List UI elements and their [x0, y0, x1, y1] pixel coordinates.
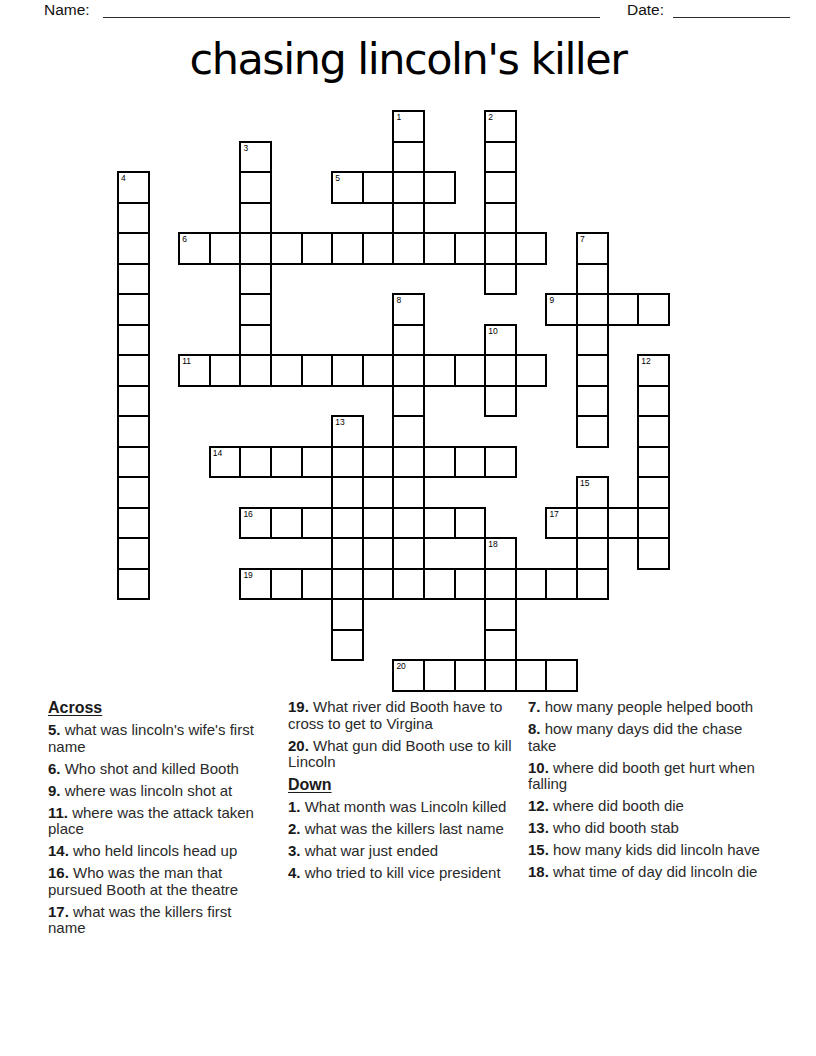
grid-cell-r8c7[interactable] [331, 354, 364, 387]
grid-cell-r14c17[interactable] [637, 537, 670, 570]
grid-cell-r13c15[interactable] [576, 507, 609, 540]
grid-cell-r11c17[interactable] [637, 446, 670, 479]
worksheet-page: Name: Date: chasing lincoln's killer 123… [0, 0, 816, 1056]
grid-cell-r0c12[interactable]: 2 [484, 110, 517, 143]
grid-cell-r14c12[interactable]: 18 [484, 537, 517, 570]
grid-cell-r15c6[interactable] [301, 568, 334, 601]
cell-number-2: 2 [488, 113, 493, 122]
grid-cell-r11c11[interactable] [454, 446, 487, 479]
grid-cell-r4c8[interactable] [362, 232, 395, 265]
grid-cell-r8c0[interactable] [117, 354, 150, 387]
grid-cell-r12c15[interactable]: 15 [576, 476, 609, 509]
grid-cell-r13c6[interactable] [301, 507, 334, 540]
grid-cell-r4c15[interactable]: 7 [576, 232, 609, 265]
grid-cell-r4c12[interactable] [484, 232, 517, 265]
grid-cell-r15c0[interactable] [117, 568, 150, 601]
grid-cell-r2c4[interactable] [239, 171, 272, 204]
grid-cell-r7c4[interactable] [239, 324, 272, 357]
clue-down-3: 3. what war just ended [288, 843, 514, 860]
grid-cell-r11c4[interactable] [239, 446, 272, 479]
grid-cell-r0c9[interactable]: 1 [392, 110, 425, 143]
grid-cell-r14c7[interactable] [331, 537, 364, 570]
grid-cell-r8c9[interactable] [392, 354, 425, 387]
grid-cell-r18c13[interactable] [515, 659, 548, 692]
grid-cell-r11c8[interactable] [362, 446, 395, 479]
grid-cell-r2c0[interactable]: 4 [117, 171, 150, 204]
clue-down-8: 8. how many days did the chase take [528, 721, 766, 754]
grid-cell-r13c9[interactable] [392, 507, 425, 540]
grid-cell-r12c0[interactable] [117, 476, 150, 509]
grid-cell-r6c15[interactable] [576, 293, 609, 326]
grid-cell-r4c3[interactable] [209, 232, 242, 265]
grid-cell-r17c7[interactable] [331, 629, 364, 662]
grid-cell-r14c9[interactable] [392, 537, 425, 570]
grid-cell-r15c9[interactable] [392, 568, 425, 601]
grid-cell-r4c11[interactable] [454, 232, 487, 265]
grid-cell-r6c9[interactable]: 8 [392, 293, 425, 326]
grid-cell-r10c0[interactable] [117, 415, 150, 448]
grid-cell-r15c7[interactable] [331, 568, 364, 601]
grid-cell-r14c0[interactable] [117, 537, 150, 570]
grid-cell-r2c10[interactable] [423, 171, 456, 204]
grid-cell-r3c0[interactable] [117, 202, 150, 235]
grid-cell-r13c8[interactable] [362, 507, 395, 540]
clue-across-16: 16. Who was the man that pursued Booth a… [48, 865, 270, 898]
clue-down-18: 18. what time of day did lincoln die [528, 864, 766, 881]
grid-cell-r6c4[interactable] [239, 293, 272, 326]
cell-number-7: 7 [580, 235, 585, 244]
grid-cell-r5c12[interactable] [484, 263, 517, 296]
grid-cell-r18c14[interactable] [545, 659, 578, 692]
crossword-grid: 1234567891011121314151617181920 [117, 110, 671, 693]
grid-cell-r12c17[interactable] [637, 476, 670, 509]
clue-across-14: 14. who held lincols head up [48, 843, 270, 860]
grid-cell-r18c10[interactable] [423, 659, 456, 692]
grid-cell-r4c13[interactable] [515, 232, 548, 265]
cell-number-6: 6 [182, 235, 187, 244]
grid-cell-r2c8[interactable] [362, 171, 395, 204]
clue-down-1: 1. What month was Lincoln killed [288, 799, 514, 816]
grid-cell-r7c9[interactable] [392, 324, 425, 357]
grid-cell-r11c3[interactable]: 14 [209, 446, 242, 479]
grid-cell-r5c15[interactable] [576, 263, 609, 296]
grid-cell-r6c16[interactable] [607, 293, 640, 326]
across-header: Across [48, 699, 270, 717]
grid-cell-r8c15[interactable] [576, 354, 609, 387]
grid-cell-r9c17[interactable] [637, 385, 670, 418]
date-label: Date: [627, 1, 664, 19]
grid-cell-r4c0[interactable] [117, 232, 150, 265]
grid-cell-r5c0[interactable] [117, 263, 150, 296]
grid-cell-r8c2[interactable]: 11 [178, 354, 211, 387]
cell-number-12: 12 [641, 357, 650, 366]
grid-cell-r15c15[interactable] [576, 568, 609, 601]
clue-across-6: 6. Who shot and killed Booth [48, 761, 270, 778]
grid-cell-r15c8[interactable] [362, 568, 395, 601]
grid-cell-r4c2[interactable]: 6 [178, 232, 211, 265]
grid-cell-r3c4[interactable] [239, 202, 272, 235]
grid-cell-r12c7[interactable] [331, 476, 364, 509]
grid-cell-r10c9[interactable] [392, 415, 425, 448]
grid-cell-r9c15[interactable] [576, 385, 609, 418]
clue-down-7: 7. how many people helped booth [528, 699, 766, 716]
cell-number-19: 19 [243, 571, 252, 580]
cell-number-14: 14 [213, 449, 222, 458]
grid-cell-r11c10[interactable] [423, 446, 456, 479]
grid-cell-r9c0[interactable] [117, 385, 150, 418]
grid-cell-r10c17[interactable] [637, 415, 670, 448]
grid-cell-r18c9[interactable]: 20 [392, 659, 425, 692]
grid-cell-r15c12[interactable] [484, 568, 517, 601]
cell-number-13: 13 [335, 418, 344, 427]
clue-across-9: 9. where was lincoln shot at [48, 783, 270, 800]
clue-down-4: 4. who tried to kill vice president [288, 865, 514, 882]
grid-cell-r13c17[interactable] [637, 507, 670, 540]
grid-cell-r11c9[interactable] [392, 446, 425, 479]
grid-cell-r3c9[interactable] [392, 202, 425, 235]
grid-cell-r8c4[interactable] [239, 354, 272, 387]
grid-cell-r8c3[interactable] [209, 354, 242, 387]
grid-cell-r7c15[interactable] [576, 324, 609, 357]
grid-cell-r13c5[interactable] [270, 507, 303, 540]
grid-cell-r13c11[interactable] [454, 507, 487, 540]
grid-cell-r5c4[interactable] [239, 263, 272, 296]
grid-cell-r4c6[interactable] [301, 232, 334, 265]
clue-down-10: 10. where did booth get hurt when fallin… [528, 760, 766, 793]
clue-across-20: 20. What gun did Booth use to kill Linco… [288, 738, 514, 771]
grid-cell-r4c10[interactable] [423, 232, 456, 265]
cell-number-15: 15 [580, 479, 589, 488]
cell-number-16: 16 [243, 510, 252, 519]
grid-cell-r13c10[interactable] [423, 507, 456, 540]
clue-across-5: 5. what was lincoln's wife's first name [48, 722, 270, 755]
cell-number-5: 5 [335, 174, 340, 183]
grid-cell-r15c13[interactable] [515, 568, 548, 601]
date-blank-line [673, 17, 790, 18]
grid-cell-r8c10[interactable] [423, 354, 456, 387]
puzzle-title: chasing lincoln's killer [0, 34, 816, 84]
clue-across-17: 17. what was the killers first name [48, 904, 270, 937]
cell-number-18: 18 [488, 540, 497, 549]
grid-cell-r8c12[interactable] [484, 354, 517, 387]
grid-cell-r4c5[interactable] [270, 232, 303, 265]
grid-cell-r15c4[interactable]: 19 [239, 568, 272, 601]
grid-cell-r11c7[interactable] [331, 446, 364, 479]
grid-cell-r11c0[interactable] [117, 446, 150, 479]
grid-cell-r8c8[interactable] [362, 354, 395, 387]
grid-cell-r16c12[interactable] [484, 598, 517, 631]
grid-cell-r3c12[interactable] [484, 202, 517, 235]
clue-across-11: 11. where was the attack taken place [48, 805, 270, 838]
clue-column-1: Across5. what was lincoln's wife's first… [48, 699, 270, 942]
grid-cell-r7c0[interactable] [117, 324, 150, 357]
cell-number-17: 17 [549, 510, 558, 519]
grid-cell-r2c9[interactable] [392, 171, 425, 204]
grid-cell-r1c9[interactable] [392, 141, 425, 174]
grid-cell-r18c11[interactable] [454, 659, 487, 692]
grid-cell-r2c7[interactable]: 5 [331, 171, 364, 204]
grid-cell-r6c0[interactable] [117, 293, 150, 326]
grid-cell-r13c0[interactable] [117, 507, 150, 540]
cell-number-11: 11 [182, 357, 191, 366]
grid-cell-r11c6[interactable] [301, 446, 334, 479]
clue-down-13: 13. who did booth stab [528, 820, 766, 837]
grid-cell-r13c7[interactable] [331, 507, 364, 540]
grid-cell-r8c17[interactable]: 12 [637, 354, 670, 387]
grid-cell-r8c13[interactable] [515, 354, 548, 387]
grid-cell-r6c14[interactable]: 9 [545, 293, 578, 326]
grid-cell-r4c7[interactable] [331, 232, 364, 265]
grid-cell-r17c12[interactable] [484, 629, 517, 662]
grid-cell-r15c10[interactable] [423, 568, 456, 601]
grid-cell-r13c14[interactable]: 17 [545, 507, 578, 540]
grid-cell-r13c4[interactable]: 16 [239, 507, 272, 540]
grid-cell-r10c15[interactable] [576, 415, 609, 448]
name-blank-line [103, 17, 600, 18]
clue-down-12: 12. where did booth die [528, 798, 766, 815]
clue-down-2: 2. what was the killers last name [288, 821, 514, 838]
cell-number-1: 1 [396, 113, 401, 122]
clue-column-3: 7. how many people helped booth8. how ma… [528, 699, 766, 886]
grid-cell-r11c12[interactable] [484, 446, 517, 479]
cell-number-8: 8 [396, 296, 401, 305]
grid-cell-r10c7[interactable]: 13 [331, 415, 364, 448]
grid-cell-r6c17[interactable] [637, 293, 670, 326]
cell-number-3: 3 [243, 144, 248, 153]
grid-cell-r4c4[interactable] [239, 232, 272, 265]
cell-number-4: 4 [121, 174, 126, 183]
grid-cell-r8c6[interactable] [301, 354, 334, 387]
grid-cell-r9c12[interactable] [484, 385, 517, 418]
grid-cell-r4c9[interactable] [392, 232, 425, 265]
grid-cell-r8c5[interactable] [270, 354, 303, 387]
grid-cell-r18c12[interactable] [484, 659, 517, 692]
grid-cell-r14c15[interactable] [576, 537, 609, 570]
grid-cell-r7c12[interactable]: 10 [484, 324, 517, 357]
grid-cell-r2c12[interactable] [484, 171, 517, 204]
cell-number-10: 10 [488, 327, 497, 336]
name-label: Name: [44, 1, 90, 19]
grid-cell-r15c11[interactable] [454, 568, 487, 601]
grid-cell-r15c14[interactable] [545, 568, 578, 601]
down-header: Down [288, 776, 514, 794]
grid-cell-r16c7[interactable] [331, 598, 364, 631]
grid-cell-r13c16[interactable] [607, 507, 640, 540]
grid-cell-r15c5[interactable] [270, 568, 303, 601]
cell-number-9: 9 [549, 296, 554, 305]
clue-column-2: 19. What river did Booth have to cross t… [288, 699, 514, 887]
grid-cell-r9c9[interactable] [392, 385, 425, 418]
grid-cell-r8c11[interactable] [454, 354, 487, 387]
grid-cell-r12c9[interactable] [392, 476, 425, 509]
clue-across-19: 19. What river did Booth have to cross t… [288, 699, 514, 732]
grid-cell-r1c12[interactable] [484, 141, 517, 174]
clue-down-15: 15. how many kids did lincoln have [528, 842, 766, 859]
cell-number-20: 20 [396, 662, 405, 671]
grid-cell-r1c4[interactable]: 3 [239, 141, 272, 174]
grid-cell-r11c5[interactable] [270, 446, 303, 479]
